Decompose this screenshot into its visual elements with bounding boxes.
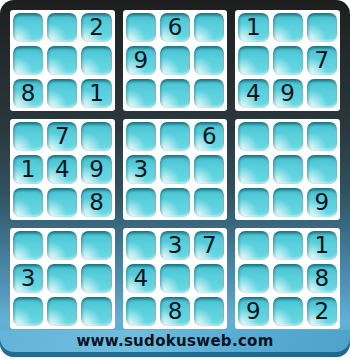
cell-r5c5[interactable] — [160, 155, 190, 184]
cell-r5c4[interactable]: 3 — [126, 155, 156, 184]
cell-r3c4[interactable] — [126, 79, 156, 108]
cell-r9c5[interactable]: 8 — [160, 297, 190, 326]
cell-r7c5[interactable]: 3 — [160, 231, 190, 260]
cell-r7c6[interactable]: 7 — [194, 231, 224, 260]
box-3-1: 3 — [10, 228, 115, 329]
cell-r6c4[interactable] — [126, 188, 156, 217]
cell-r3c1[interactable]: 8 — [13, 79, 43, 108]
cell-r9c9[interactable]: 2 — [307, 297, 337, 326]
cell-r5c7[interactable] — [238, 155, 268, 184]
sudoku-board: 28169174971498639337481892 www.sudokuswe… — [0, 0, 350, 357]
cell-r2c7[interactable] — [238, 46, 268, 75]
cell-r8c5[interactable] — [160, 264, 190, 293]
cell-r4c3[interactable] — [81, 122, 111, 151]
cell-r5c3[interactable]: 9 — [81, 155, 111, 184]
site-url: www.sudokusweb.com — [76, 332, 273, 350]
cell-r2c2[interactable] — [47, 46, 77, 75]
cell-r1c4[interactable] — [126, 13, 156, 42]
cell-r9c4[interactable] — [126, 297, 156, 326]
cell-r2c9[interactable]: 7 — [307, 46, 337, 75]
cell-r3c2[interactable] — [47, 79, 77, 108]
box-2-3: 9 — [235, 119, 340, 220]
cell-r5c1[interactable]: 1 — [13, 155, 43, 184]
cell-r2c8[interactable] — [273, 46, 303, 75]
cell-r5c2[interactable]: 4 — [47, 155, 77, 184]
cell-r8c2[interactable] — [47, 264, 77, 293]
cell-r3c8[interactable]: 9 — [273, 79, 303, 108]
cell-r8c4[interactable]: 4 — [126, 264, 156, 293]
cell-r9c2[interactable] — [47, 297, 77, 326]
cell-r3c6[interactable] — [194, 79, 224, 108]
cell-r6c5[interactable] — [160, 188, 190, 217]
cell-r7c4[interactable] — [126, 231, 156, 260]
cell-r2c3[interactable] — [81, 46, 111, 75]
cell-r5c9[interactable] — [307, 155, 337, 184]
cell-r9c7[interactable]: 9 — [238, 297, 268, 326]
cell-r6c8[interactable] — [273, 188, 303, 217]
box-1-3: 1749 — [235, 10, 340, 111]
cell-r6c2[interactable] — [47, 188, 77, 217]
cell-r2c4[interactable]: 9 — [126, 46, 156, 75]
cell-r6c1[interactable] — [13, 188, 43, 217]
cell-r4c9[interactable] — [307, 122, 337, 151]
cell-r2c5[interactable] — [160, 46, 190, 75]
cell-r4c4[interactable] — [126, 122, 156, 151]
box-3-2: 3748 — [123, 228, 228, 329]
cell-r4c5[interactable] — [160, 122, 190, 151]
cell-r1c9[interactable] — [307, 13, 337, 42]
cell-r8c1[interactable]: 3 — [13, 264, 43, 293]
sudoku-grid: 28169174971498639337481892 — [10, 10, 340, 329]
cell-r6c7[interactable] — [238, 188, 268, 217]
box-1-2: 69 — [123, 10, 228, 111]
footer-band: www.sudokusweb.com — [0, 330, 350, 357]
box-1-1: 281 — [10, 10, 115, 111]
cell-r3c5[interactable] — [160, 79, 190, 108]
cell-r1c8[interactable] — [273, 13, 303, 42]
cell-r1c1[interactable] — [13, 13, 43, 42]
cell-r7c3[interactable] — [81, 231, 111, 260]
cell-r7c8[interactable] — [273, 231, 303, 260]
cell-r1c3[interactable]: 2 — [81, 13, 111, 42]
cell-r2c6[interactable] — [194, 46, 224, 75]
cell-r7c2[interactable] — [47, 231, 77, 260]
cell-r6c6[interactable] — [194, 188, 224, 217]
cell-r4c8[interactable] — [273, 122, 303, 151]
cell-r7c1[interactable] — [13, 231, 43, 260]
cell-r3c9[interactable] — [307, 79, 337, 108]
box-2-2: 63 — [123, 119, 228, 220]
cell-r5c6[interactable] — [194, 155, 224, 184]
cell-r8c7[interactable] — [238, 264, 268, 293]
cell-r1c5[interactable]: 6 — [160, 13, 190, 42]
cell-r7c7[interactable] — [238, 231, 268, 260]
cell-r9c6[interactable] — [194, 297, 224, 326]
cell-r8c3[interactable] — [81, 264, 111, 293]
cell-r8c6[interactable] — [194, 264, 224, 293]
cell-r6c9[interactable]: 9 — [307, 188, 337, 217]
cell-r3c7[interactable]: 4 — [238, 79, 268, 108]
cell-r9c1[interactable] — [13, 297, 43, 326]
cell-r9c8[interactable] — [273, 297, 303, 326]
cell-r4c6[interactable]: 6 — [194, 122, 224, 151]
cell-r1c7[interactable]: 1 — [238, 13, 268, 42]
cell-r7c9[interactable]: 1 — [307, 231, 337, 260]
cell-r2c1[interactable] — [13, 46, 43, 75]
box-2-1: 71498 — [10, 119, 115, 220]
cell-r1c6[interactable] — [194, 13, 224, 42]
box-3-3: 1892 — [235, 228, 340, 329]
cell-r8c8[interactable] — [273, 264, 303, 293]
page-background: 28169174971498639337481892 www.sudokuswe… — [0, 0, 350, 360]
cell-r1c2[interactable] — [47, 13, 77, 42]
cell-r9c3[interactable] — [81, 297, 111, 326]
cell-r3c3[interactable]: 1 — [81, 79, 111, 108]
cell-r6c3[interactable]: 8 — [81, 188, 111, 217]
cell-r5c8[interactable] — [273, 155, 303, 184]
cell-r4c7[interactable] — [238, 122, 268, 151]
cell-r4c2[interactable]: 7 — [47, 122, 77, 151]
cell-r4c1[interactable] — [13, 122, 43, 151]
cell-r8c9[interactable]: 8 — [307, 264, 337, 293]
